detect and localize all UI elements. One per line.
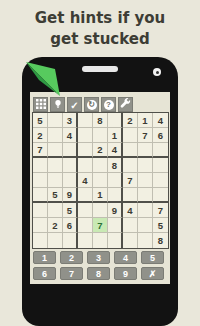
cell-r3c1[interactable]: 7 [33, 143, 48, 158]
cell-r6c1[interactable] [33, 188, 48, 203]
sudoku-board: 53821424176724847591594726758 [32, 112, 169, 249]
key-9[interactable]: 9 [114, 267, 137, 280]
cell-r4c7[interactable] [123, 158, 138, 173]
key-6[interactable]: 6 [33, 267, 56, 280]
page-title-line1: Get hints if you [0, 8, 200, 29]
cell-r5c5[interactable] [93, 173, 108, 188]
cell-r2c5[interactable] [93, 128, 108, 143]
cell-r1c4[interactable] [78, 113, 93, 128]
cell-r2c6[interactable]: 1 [108, 128, 123, 143]
cell-r8c8[interactable] [138, 218, 153, 233]
key-5[interactable]: 5 [141, 251, 164, 264]
cell-r3c6[interactable]: 4 [108, 143, 123, 158]
cell-r8c6[interactable] [108, 218, 123, 233]
cell-r9c7[interactable] [123, 233, 138, 248]
key-7[interactable]: 7 [60, 267, 83, 280]
cell-r8c5[interactable]: 7 [93, 218, 108, 233]
cell-r6c2[interactable]: 5 [48, 188, 63, 203]
cell-r7c3[interactable]: 5 [63, 203, 78, 218]
undo-circle-icon: ↻ [87, 100, 97, 110]
cell-r5c4[interactable]: 4 [78, 173, 93, 188]
key-8[interactable]: 8 [87, 267, 110, 280]
cell-r7c6[interactable]: 9 [108, 203, 123, 218]
cell-r1c9[interactable]: 4 [153, 113, 168, 128]
keypad: 123456789✗ [33, 251, 168, 280]
cell-r7c8[interactable] [138, 203, 153, 218]
cell-r2c8[interactable]: 7 [138, 128, 153, 143]
cell-r2c4[interactable] [78, 128, 93, 143]
cell-r4c5[interactable] [93, 158, 108, 173]
check-icon: ✓ [70, 97, 78, 112]
cell-r9c4[interactable] [78, 233, 93, 248]
cell-r3c5[interactable]: 2 [93, 143, 108, 158]
cell-r8c7[interactable] [123, 218, 138, 233]
key-erase[interactable]: ✗ [141, 267, 164, 280]
cell-r9c9[interactable]: 8 [153, 233, 168, 248]
cell-r1c3[interactable]: 3 [63, 113, 78, 128]
key-1[interactable]: 1 [33, 251, 56, 264]
cell-r1c5[interactable]: 8 [93, 113, 108, 128]
validate-button[interactable]: ✓ [67, 97, 82, 112]
wrench-icon [120, 97, 131, 112]
page: Get hints if you get stucked ✓↻? 5382142… [0, 0, 200, 326]
cell-r6c3[interactable]: 9 [63, 188, 78, 203]
help-button[interactable]: ? [101, 97, 116, 112]
undo-button[interactable]: ↻ [84, 97, 99, 112]
cell-r1c6[interactable] [108, 113, 123, 128]
cell-r4c1[interactable] [33, 158, 48, 173]
key-2[interactable]: 2 [60, 251, 83, 264]
cell-r5c7[interactable]: 7 [123, 173, 138, 188]
cell-r4c4[interactable] [78, 158, 93, 173]
cell-r4c3[interactable] [63, 158, 78, 173]
cell-r3c4[interactable] [78, 143, 93, 158]
cell-r2c9[interactable]: 6 [153, 128, 168, 143]
key-4[interactable]: 4 [114, 251, 137, 264]
speaker-slot [82, 66, 118, 72]
page-title-line2: get stucked [0, 29, 200, 50]
cell-r9c3[interactable] [63, 233, 78, 248]
cell-r2c3[interactable]: 4 [63, 128, 78, 143]
cell-r7c4[interactable] [78, 203, 93, 218]
cell-r9c6[interactable] [108, 233, 123, 248]
camera-dot [153, 68, 161, 76]
cell-r5c9[interactable] [153, 173, 168, 188]
cell-r2c1[interactable]: 2 [33, 128, 48, 143]
cell-r3c9[interactable] [153, 143, 168, 158]
cell-r4c6[interactable]: 8 [108, 158, 123, 173]
cell-r3c8[interactable] [138, 143, 153, 158]
cell-r8c4[interactable] [78, 218, 93, 233]
cell-r7c2[interactable] [48, 203, 63, 218]
cell-r8c9[interactable]: 5 [153, 218, 168, 233]
cell-r9c2[interactable] [48, 233, 63, 248]
cell-r6c7[interactable] [123, 188, 138, 203]
cell-r5c8[interactable] [138, 173, 153, 188]
cell-r5c2[interactable] [48, 173, 63, 188]
cell-r1c8[interactable]: 1 [138, 113, 153, 128]
cell-r6c6[interactable] [108, 188, 123, 203]
cell-r5c6[interactable] [108, 173, 123, 188]
cell-r1c2[interactable] [48, 113, 63, 128]
cell-r4c8[interactable] [138, 158, 153, 173]
cell-r7c7[interactable]: 4 [123, 203, 138, 218]
cell-r6c4[interactable] [78, 188, 93, 203]
cell-r7c1[interactable] [33, 203, 48, 218]
cell-r3c7[interactable] [123, 143, 138, 158]
cell-r2c7[interactable] [123, 128, 138, 143]
cell-r7c9[interactable]: 7 [153, 203, 168, 218]
cell-r3c2[interactable] [48, 143, 63, 158]
cell-r6c5[interactable]: 1 [93, 188, 108, 203]
cell-r9c8[interactable] [138, 233, 153, 248]
hint-cursor-arrow [24, 59, 68, 101]
cell-r9c1[interactable] [33, 233, 48, 248]
app-screen: ✓↻? 53821424176724847591594726758 123456… [30, 92, 170, 284]
question-circle-icon: ? [104, 100, 114, 110]
cell-r8c3[interactable]: 6 [63, 218, 78, 233]
cell-r7c5[interactable] [93, 203, 108, 218]
cell-r3c3[interactable] [63, 143, 78, 158]
cell-r5c1[interactable] [33, 173, 48, 188]
cell-r9c5[interactable] [93, 233, 108, 248]
page-title: Get hints if you get stucked [0, 8, 200, 50]
cell-r6c9[interactable] [153, 188, 168, 203]
settings-button[interactable] [118, 97, 133, 112]
cell-r4c9[interactable] [153, 158, 168, 173]
key-3[interactable]: 3 [87, 251, 110, 264]
cell-r1c1[interactable]: 5 [33, 113, 48, 128]
cell-r8c2[interactable]: 2 [48, 218, 63, 233]
cell-r1c7[interactable]: 2 [123, 113, 138, 128]
cell-r8c1[interactable] [33, 218, 48, 233]
cell-r2c2[interactable] [48, 128, 63, 143]
cell-r6c8[interactable] [138, 188, 153, 203]
cell-r4c2[interactable] [48, 158, 63, 173]
cell-r5c3[interactable] [63, 173, 78, 188]
